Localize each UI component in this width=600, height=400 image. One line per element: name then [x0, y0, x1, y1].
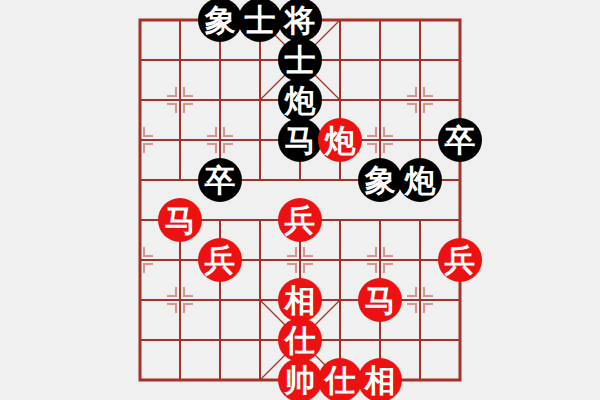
- black-horse-piece[interactable]: 马: [278, 118, 322, 162]
- black-elephant-piece[interactable]: 象: [198, 0, 242, 42]
- red-horse-piece[interactable]: 马: [158, 198, 202, 242]
- red-elephant-piece[interactable]: 相: [358, 358, 402, 400]
- black-advisor-piece[interactable]: 士: [278, 38, 322, 82]
- black-pawn-piece[interactable]: 卒: [198, 158, 242, 202]
- black-elephant-piece[interactable]: 象: [358, 158, 402, 202]
- red-advisor-piece[interactable]: 仕: [318, 358, 362, 400]
- black-cannon-piece[interactable]: 炮: [278, 78, 322, 122]
- pieces-layer: 象士将士炮马炮卒卒象炮马兵兵兵相马仕帅仕相: [120, 0, 480, 400]
- red-pawn-piece[interactable]: 兵: [278, 198, 322, 242]
- red-horse-piece[interactable]: 马: [358, 278, 402, 322]
- red-general-piece[interactable]: 帅: [278, 358, 322, 400]
- red-advisor-piece[interactable]: 仕: [278, 318, 322, 362]
- red-elephant-piece[interactable]: 相: [278, 278, 322, 322]
- xiangqi-board: 象士将士炮马炮卒卒象炮马兵兵兵相马仕帅仕相: [0, 0, 600, 400]
- red-pawn-piece[interactable]: 兵: [198, 238, 242, 282]
- black-advisor-piece[interactable]: 士: [238, 0, 282, 42]
- red-pawn-piece[interactable]: 兵: [438, 238, 482, 282]
- red-cannon-piece[interactable]: 炮: [318, 118, 362, 162]
- black-pawn-piece[interactable]: 卒: [438, 118, 482, 162]
- black-general-piece[interactable]: 将: [278, 0, 322, 42]
- black-cannon-piece[interactable]: 炮: [398, 158, 442, 202]
